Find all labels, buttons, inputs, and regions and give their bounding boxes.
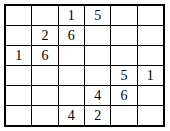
cell-r2c1[interactable] <box>6 26 31 45</box>
cell-r4c5[interactable]: 5 <box>111 66 136 85</box>
sudoku-board: 152616514642 <box>4 4 165 127</box>
cell-r6c5[interactable] <box>111 106 136 125</box>
cell-r2c6[interactable] <box>138 26 163 45</box>
cell-r4c4[interactable] <box>85 66 110 85</box>
cell-r1c3[interactable]: 1 <box>59 6 84 25</box>
cell-r3c5[interactable] <box>111 46 136 65</box>
cell-r4c2[interactable] <box>32 66 57 85</box>
cell-r6c1[interactable] <box>6 106 31 125</box>
cell-r1c6[interactable] <box>138 6 163 25</box>
cell-r5c5[interactable]: 6 <box>111 86 136 105</box>
cell-r4c3[interactable] <box>59 66 84 85</box>
cell-r4c6[interactable]: 1 <box>138 66 163 85</box>
cell-r2c5[interactable] <box>111 26 136 45</box>
cell-r4c1[interactable] <box>6 66 31 85</box>
cell-r3c6[interactable] <box>138 46 163 65</box>
cell-r6c2[interactable] <box>32 106 57 125</box>
cell-r3c4[interactable] <box>85 46 110 65</box>
cell-r6c4[interactable]: 2 <box>85 106 110 125</box>
cell-r2c4[interactable] <box>85 26 110 45</box>
cell-r5c1[interactable] <box>6 86 31 105</box>
cell-r3c3[interactable] <box>59 46 84 65</box>
cell-r6c3[interactable]: 4 <box>59 106 84 125</box>
cell-r5c3[interactable] <box>59 86 84 105</box>
cell-r2c3[interactable]: 6 <box>59 26 84 45</box>
cell-r6c6[interactable] <box>138 106 163 125</box>
cell-r3c1[interactable]: 1 <box>6 46 31 65</box>
cell-r1c2[interactable] <box>32 6 57 25</box>
cell-r5c4[interactable]: 4 <box>85 86 110 105</box>
cell-r3c2[interactable]: 6 <box>32 46 57 65</box>
cell-r1c5[interactable] <box>111 6 136 25</box>
cell-r5c6[interactable] <box>138 86 163 105</box>
cell-r1c4[interactable]: 5 <box>85 6 110 25</box>
cell-r2c2[interactable]: 2 <box>32 26 57 45</box>
cell-r5c2[interactable] <box>32 86 57 105</box>
cell-r1c1[interactable] <box>6 6 31 25</box>
